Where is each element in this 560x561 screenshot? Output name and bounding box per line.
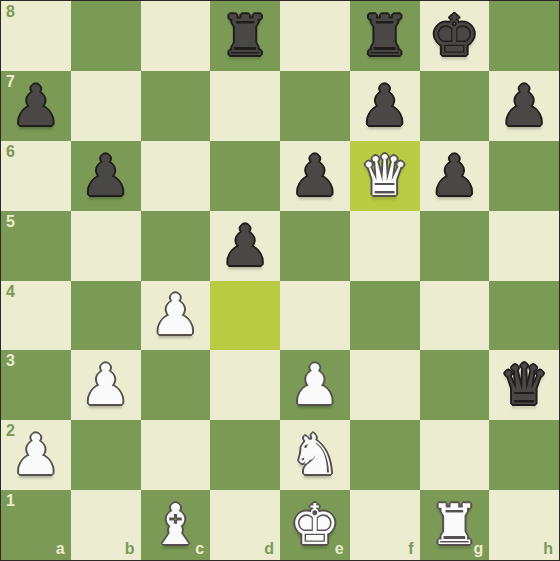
square-b1[interactable]: b <box>71 490 141 560</box>
square-e2[interactable]: ♞ <box>280 420 350 490</box>
square-g6[interactable]: ♟ <box>420 141 490 211</box>
file-label-b: b <box>125 541 135 557</box>
square-f8[interactable]: ♜ <box>350 1 420 71</box>
white-king[interactable]: ♚ <box>280 490 350 560</box>
white-knight[interactable]: ♞ <box>280 420 350 490</box>
black-queen[interactable]: ♛ <box>489 350 559 420</box>
black-pawn[interactable]: ♟ <box>350 71 420 141</box>
square-b5[interactable] <box>71 211 141 281</box>
square-c7[interactable] <box>141 71 211 141</box>
square-g4[interactable] <box>420 281 490 351</box>
square-d8[interactable]: ♜ <box>210 1 280 71</box>
square-d6[interactable] <box>210 141 280 211</box>
white-pawn[interactable]: ♟ <box>141 281 211 351</box>
square-c3[interactable] <box>141 350 211 420</box>
square-h1[interactable]: h <box>489 490 559 560</box>
square-h4[interactable] <box>489 281 559 351</box>
square-b3[interactable]: ♟ <box>71 350 141 420</box>
white-queen[interactable]: ♛ <box>350 141 420 211</box>
square-g2[interactable] <box>420 420 490 490</box>
square-a4[interactable]: 4 <box>1 281 71 351</box>
square-h6[interactable] <box>489 141 559 211</box>
black-pawn[interactable]: ♟ <box>280 141 350 211</box>
rank-label-6: 6 <box>6 144 15 160</box>
black-pawn[interactable]: ♟ <box>489 71 559 141</box>
square-g1[interactable]: g♜ <box>420 490 490 560</box>
square-c1[interactable]: c♝ <box>141 490 211 560</box>
square-f5[interactable] <box>350 211 420 281</box>
square-f2[interactable] <box>350 420 420 490</box>
square-h2[interactable] <box>489 420 559 490</box>
square-b7[interactable] <box>71 71 141 141</box>
square-e5[interactable] <box>280 211 350 281</box>
square-d1[interactable]: d <box>210 490 280 560</box>
white-pawn[interactable]: ♟ <box>71 350 141 420</box>
square-a5[interactable]: 5 <box>1 211 71 281</box>
black-rook[interactable]: ♜ <box>350 1 420 71</box>
square-e4[interactable] <box>280 281 350 351</box>
square-h3[interactable]: ♛ <box>489 350 559 420</box>
square-c6[interactable] <box>141 141 211 211</box>
rank-label-8: 8 <box>6 4 15 20</box>
file-label-f: f <box>408 541 413 557</box>
file-label-d: d <box>264 541 274 557</box>
black-rook[interactable]: ♜ <box>210 1 280 71</box>
square-d3[interactable] <box>210 350 280 420</box>
square-a7[interactable]: 7♟ <box>1 71 71 141</box>
square-h7[interactable]: ♟ <box>489 71 559 141</box>
square-f6[interactable]: ♛ <box>350 141 420 211</box>
square-b4[interactable] <box>71 281 141 351</box>
square-d4[interactable] <box>210 281 280 351</box>
square-a3[interactable]: 3 <box>1 350 71 420</box>
file-label-h: h <box>543 541 553 557</box>
rank-label-1: 1 <box>6 493 15 509</box>
square-e1[interactable]: e♚ <box>280 490 350 560</box>
rank-label-4: 4 <box>6 284 15 300</box>
square-f1[interactable]: f <box>350 490 420 560</box>
square-d2[interactable] <box>210 420 280 490</box>
square-b6[interactable]: ♟ <box>71 141 141 211</box>
white-bishop[interactable]: ♝ <box>141 490 211 560</box>
square-g5[interactable] <box>420 211 490 281</box>
square-e3[interactable]: ♟ <box>280 350 350 420</box>
black-pawn[interactable]: ♟ <box>71 141 141 211</box>
square-f7[interactable]: ♟ <box>350 71 420 141</box>
square-h5[interactable] <box>489 211 559 281</box>
black-pawn[interactable]: ♟ <box>1 71 71 141</box>
chess-board: 8♜♜♚7♟♟♟6♟♟♛♟5♟4♟3♟♟♛2♟♞1abc♝de♚fg♜h <box>0 0 560 561</box>
square-e7[interactable] <box>280 71 350 141</box>
square-a1[interactable]: 1a <box>1 490 71 560</box>
file-label-a: a <box>56 541 65 557</box>
board-grid: 8♜♜♚7♟♟♟6♟♟♛♟5♟4♟3♟♟♛2♟♞1abc♝de♚fg♜h <box>1 1 559 560</box>
square-b8[interactable] <box>71 1 141 71</box>
square-d5[interactable]: ♟ <box>210 211 280 281</box>
square-a8[interactable]: 8 <box>1 1 71 71</box>
square-f4[interactable] <box>350 281 420 351</box>
square-e6[interactable]: ♟ <box>280 141 350 211</box>
square-c8[interactable] <box>141 1 211 71</box>
square-g8[interactable]: ♚ <box>420 1 490 71</box>
square-c4[interactable]: ♟ <box>141 281 211 351</box>
square-h8[interactable] <box>489 1 559 71</box>
square-e8[interactable] <box>280 1 350 71</box>
white-pawn[interactable]: ♟ <box>280 350 350 420</box>
square-d7[interactable] <box>210 71 280 141</box>
square-a6[interactable]: 6 <box>1 141 71 211</box>
rank-label-5: 5 <box>6 214 15 230</box>
square-g7[interactable] <box>420 71 490 141</box>
square-a2[interactable]: 2♟ <box>1 420 71 490</box>
square-c5[interactable] <box>141 211 211 281</box>
rank-label-3: 3 <box>6 353 15 369</box>
black-pawn[interactable]: ♟ <box>210 211 280 281</box>
black-pawn[interactable]: ♟ <box>420 141 490 211</box>
white-rook[interactable]: ♜ <box>420 490 490 560</box>
square-f3[interactable] <box>350 350 420 420</box>
square-c2[interactable] <box>141 420 211 490</box>
square-b2[interactable] <box>71 420 141 490</box>
white-pawn[interactable]: ♟ <box>1 420 71 490</box>
square-g3[interactable] <box>420 350 490 420</box>
black-king[interactable]: ♚ <box>420 1 490 71</box>
